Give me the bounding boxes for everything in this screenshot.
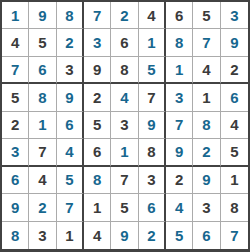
sudoku-board: 1987246534523618797639851425892473162165…	[0, 0, 250, 252]
sudoku-cell[interactable]: 1	[57, 222, 84, 249]
sudoku-cell[interactable]: 9	[29, 2, 56, 29]
sudoku-cell[interactable]: 7	[221, 222, 248, 249]
sudoku-cell[interactable]: 9	[111, 222, 138, 249]
sudoku-cell[interactable]: 8	[57, 2, 84, 29]
sudoku-cell[interactable]: 7	[29, 139, 56, 166]
sudoku-cell[interactable]: 8	[166, 29, 193, 56]
sudoku-cell[interactable]: 2	[2, 112, 29, 139]
sudoku-cell[interactable]: 5	[193, 2, 220, 29]
sudoku-cell[interactable]: 8	[29, 84, 56, 111]
sudoku-cell[interactable]: 5	[2, 84, 29, 111]
sudoku-cell[interactable]: 5	[166, 222, 193, 249]
sudoku-cell[interactable]: 4	[221, 112, 248, 139]
sudoku-cell[interactable]: 2	[111, 2, 138, 29]
sudoku-cell[interactable]: 4	[29, 167, 56, 194]
sudoku-cell[interactable]: 1	[2, 2, 29, 29]
sudoku-cell[interactable]: 1	[29, 112, 56, 139]
sudoku-cell[interactable]: 1	[166, 57, 193, 84]
sudoku-cell[interactable]: 8	[139, 139, 166, 166]
sudoku-cell[interactable]: 6	[166, 2, 193, 29]
sudoku-cell[interactable]: 7	[2, 57, 29, 84]
sudoku-cell[interactable]: 6	[193, 222, 220, 249]
sudoku-cell[interactable]: 3	[29, 222, 56, 249]
sudoku-cell[interactable]: 5	[139, 57, 166, 84]
sudoku-cell[interactable]: 7	[193, 29, 220, 56]
sudoku-cell[interactable]: 5	[29, 29, 56, 56]
sudoku-cell[interactable]: 9	[221, 29, 248, 56]
sudoku-cell[interactable]: 6	[139, 194, 166, 221]
sudoku-cell[interactable]: 7	[166, 112, 193, 139]
sudoku-cell[interactable]: 5	[111, 194, 138, 221]
sudoku-cell[interactable]: 6	[2, 167, 29, 194]
sudoku-cell[interactable]: 1	[84, 194, 111, 221]
sudoku-cell[interactable]: 4	[139, 2, 166, 29]
sudoku-cell[interactable]: 2	[57, 29, 84, 56]
sudoku-cell[interactable]: 3	[221, 2, 248, 29]
sudoku-cell[interactable]: 4	[2, 29, 29, 56]
sudoku-cell[interactable]: 6	[84, 139, 111, 166]
sudoku-cell[interactable]: 6	[29, 57, 56, 84]
sudoku-cell[interactable]: 9	[166, 139, 193, 166]
sudoku-cell[interactable]: 3	[84, 29, 111, 56]
sudoku-cell[interactable]: 4	[166, 194, 193, 221]
sudoku-cell[interactable]: 1	[221, 167, 248, 194]
sudoku-cell[interactable]: 3	[57, 57, 84, 84]
sudoku-cell[interactable]: 9	[193, 167, 220, 194]
sudoku-cell[interactable]: 1	[139, 29, 166, 56]
sudoku-cell[interactable]: 5	[221, 139, 248, 166]
sudoku-cell[interactable]: 2	[221, 57, 248, 84]
sudoku-cell[interactable]: 2	[193, 139, 220, 166]
sudoku-cell[interactable]: 9	[57, 84, 84, 111]
sudoku-cell[interactable]: 3	[2, 139, 29, 166]
sudoku-cell[interactable]: 7	[111, 167, 138, 194]
sudoku-cell[interactable]: 2	[29, 194, 56, 221]
sudoku-cell[interactable]: 7	[84, 2, 111, 29]
sudoku-cell[interactable]: 5	[84, 112, 111, 139]
sudoku-cell[interactable]: 8	[2, 222, 29, 249]
sudoku-cell[interactable]: 3	[139, 167, 166, 194]
sudoku-cell[interactable]: 6	[111, 29, 138, 56]
sudoku-cell[interactable]: 9	[84, 57, 111, 84]
sudoku-cell[interactable]: 4	[84, 222, 111, 249]
sudoku-cell[interactable]: 8	[84, 167, 111, 194]
sudoku-cell[interactable]: 6	[57, 112, 84, 139]
sudoku-cell[interactable]: 4	[111, 84, 138, 111]
sudoku-cell[interactable]: 7	[57, 194, 84, 221]
sudoku-cell[interactable]: 8	[111, 57, 138, 84]
sudoku-cell[interactable]: 8	[193, 112, 220, 139]
sudoku-cell[interactable]: 8	[221, 194, 248, 221]
sudoku-cell[interactable]: 5	[57, 167, 84, 194]
sudoku-cell[interactable]: 1	[111, 139, 138, 166]
sudoku-cell[interactable]: 1	[193, 84, 220, 111]
sudoku-cell[interactable]: 2	[166, 167, 193, 194]
sudoku-cell[interactable]: 2	[84, 84, 111, 111]
sudoku-cell[interactable]: 2	[139, 222, 166, 249]
sudoku-cell[interactable]: 9	[139, 112, 166, 139]
sudoku-cell[interactable]: 6	[221, 84, 248, 111]
sudoku-cell[interactable]: 4	[193, 57, 220, 84]
sudoku-cell[interactable]: 7	[139, 84, 166, 111]
sudoku-cell[interactable]: 3	[193, 194, 220, 221]
sudoku-cell[interactable]: 9	[2, 194, 29, 221]
sudoku-cell[interactable]: 3	[111, 112, 138, 139]
sudoku-cell[interactable]: 3	[166, 84, 193, 111]
sudoku-cell[interactable]: 4	[57, 139, 84, 166]
